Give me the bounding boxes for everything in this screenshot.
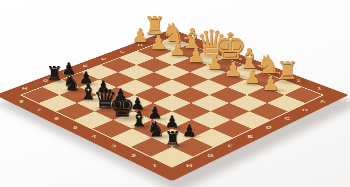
piece-white-pawn-d2: ♟ [188, 46, 205, 65]
chess-set-photo: AABBCCDDEEFFGGHH8877665544332211 ♜♞♝♛♚♝♞… [0, 0, 350, 187]
piece-black-knight-g8: ♞ [147, 119, 165, 139]
piece-white-pawn-c2: ♟ [169, 40, 186, 59]
piece-white-pawn-b2: ♟ [150, 33, 167, 52]
piece-white-pawn-f2: ♟ [225, 60, 242, 79]
piece-black-bishop-f8: ♝ [129, 109, 148, 130]
piece-white-pawn-e2: ♟ [206, 53, 223, 72]
piece-white-pawn-h2: ♟ [262, 74, 279, 93]
piece-white-pawn-g2: ♟ [244, 67, 261, 86]
piece-black-rook-a8: ♜ [46, 64, 63, 83]
piece-white-pawn-a2: ♟ [132, 26, 149, 45]
piece-white-rook-h1: ♜ [276, 60, 298, 85]
piece-black-pawn-h7: ♟ [182, 122, 196, 138]
piece-black-rook-h8: ♜ [164, 129, 181, 148]
pieces-layer: ♜♞♝♛♚♝♞♜♟♟♟♟♟♟♟♟♟♟♟♟♟♟♟♟♜♞♝♛♚♝♞♜ [0, 0, 350, 187]
